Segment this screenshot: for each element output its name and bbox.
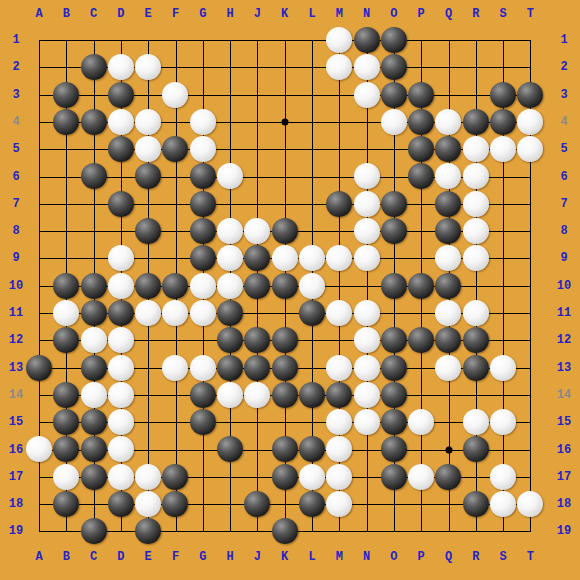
intersection-C7[interactable] — [80, 190, 107, 217]
intersection-P17[interactable] — [408, 463, 435, 490]
intersection-R1[interactable] — [462, 26, 489, 53]
intersection-R13[interactable] — [462, 354, 489, 381]
intersection-K7[interactable] — [271, 190, 298, 217]
intersection-Q12[interactable] — [435, 327, 462, 354]
intersection-L10[interactable] — [298, 272, 325, 299]
intersection-T7[interactable] — [517, 190, 544, 217]
intersection-T12[interactable] — [517, 327, 544, 354]
intersection-M3[interactable] — [326, 81, 353, 108]
intersection-C12[interactable] — [80, 327, 107, 354]
intersection-B13[interactable] — [53, 354, 80, 381]
intersection-O9[interactable] — [380, 245, 407, 272]
intersection-C8[interactable] — [80, 217, 107, 244]
intersection-M2[interactable] — [326, 54, 353, 81]
intersection-G10[interactable] — [189, 272, 216, 299]
intersection-N13[interactable] — [353, 354, 380, 381]
intersection-H10[interactable] — [216, 272, 243, 299]
intersection-M12[interactable] — [326, 327, 353, 354]
intersection-A7[interactable] — [25, 190, 52, 217]
intersection-F8[interactable] — [162, 217, 189, 244]
intersection-J8[interactable] — [244, 217, 271, 244]
intersection-O18[interactable] — [380, 490, 407, 517]
intersection-C16[interactable] — [80, 436, 107, 463]
intersection-J1[interactable] — [244, 26, 271, 53]
intersection-G15[interactable] — [189, 409, 216, 436]
intersection-C17[interactable] — [80, 463, 107, 490]
intersection-E17[interactable] — [135, 463, 162, 490]
intersection-Q4[interactable] — [435, 108, 462, 135]
intersection-E11[interactable] — [135, 299, 162, 326]
intersection-Q6[interactable] — [435, 163, 462, 190]
intersection-H4[interactable] — [216, 108, 243, 135]
intersection-D12[interactable] — [107, 327, 134, 354]
intersection-J5[interactable] — [244, 136, 271, 163]
intersection-H18[interactable] — [216, 490, 243, 517]
intersection-C10[interactable] — [80, 272, 107, 299]
intersection-E14[interactable] — [135, 381, 162, 408]
intersection-B5[interactable] — [53, 136, 80, 163]
intersection-K6[interactable] — [271, 163, 298, 190]
intersection-G7[interactable] — [189, 190, 216, 217]
intersection-B6[interactable] — [53, 163, 80, 190]
intersection-O5[interactable] — [380, 136, 407, 163]
intersection-A13[interactable] — [25, 354, 52, 381]
intersection-N14[interactable] — [353, 381, 380, 408]
intersection-N19[interactable] — [353, 518, 380, 545]
intersection-D1[interactable] — [107, 26, 134, 53]
intersection-O12[interactable] — [380, 327, 407, 354]
intersection-D15[interactable] — [107, 409, 134, 436]
intersection-P13[interactable] — [408, 354, 435, 381]
intersection-S5[interactable] — [489, 136, 516, 163]
intersection-H13[interactable] — [216, 354, 243, 381]
intersection-J19[interactable] — [244, 518, 271, 545]
intersection-D9[interactable] — [107, 245, 134, 272]
intersection-E7[interactable] — [135, 190, 162, 217]
intersection-M13[interactable] — [326, 354, 353, 381]
intersection-A6[interactable] — [25, 163, 52, 190]
intersection-E2[interactable] — [135, 54, 162, 81]
intersection-K16[interactable] — [271, 436, 298, 463]
intersection-S12[interactable] — [489, 327, 516, 354]
intersection-A2[interactable] — [25, 54, 52, 81]
intersection-T8[interactable] — [517, 217, 544, 244]
intersection-A3[interactable] — [25, 81, 52, 108]
intersection-J17[interactable] — [244, 463, 271, 490]
intersection-H7[interactable] — [216, 190, 243, 217]
intersection-L7[interactable] — [298, 190, 325, 217]
intersection-F10[interactable] — [162, 272, 189, 299]
intersection-J18[interactable] — [244, 490, 271, 517]
intersection-P7[interactable] — [408, 190, 435, 217]
intersection-S9[interactable] — [489, 245, 516, 272]
intersection-K5[interactable] — [271, 136, 298, 163]
intersection-L3[interactable] — [298, 81, 325, 108]
intersection-N4[interactable] — [353, 108, 380, 135]
intersection-H17[interactable] — [216, 463, 243, 490]
intersection-K10[interactable] — [271, 272, 298, 299]
intersection-A9[interactable] — [25, 245, 52, 272]
intersection-R15[interactable] — [462, 409, 489, 436]
intersection-R19[interactable] — [462, 518, 489, 545]
intersection-K18[interactable] — [271, 490, 298, 517]
intersection-J9[interactable] — [244, 245, 271, 272]
intersection-J2[interactable] — [244, 54, 271, 81]
intersection-N8[interactable] — [353, 217, 380, 244]
intersection-K19[interactable] — [271, 518, 298, 545]
intersection-P14[interactable] — [408, 381, 435, 408]
intersection-G13[interactable] — [189, 354, 216, 381]
intersection-K4[interactable] — [271, 108, 298, 135]
intersection-M18[interactable] — [326, 490, 353, 517]
intersection-Q3[interactable] — [435, 81, 462, 108]
intersection-L11[interactable] — [298, 299, 325, 326]
intersection-P1[interactable] — [408, 26, 435, 53]
intersection-J15[interactable] — [244, 409, 271, 436]
intersection-B10[interactable] — [53, 272, 80, 299]
intersection-T18[interactable] — [517, 490, 544, 517]
intersection-J3[interactable] — [244, 81, 271, 108]
intersection-D19[interactable] — [107, 518, 134, 545]
intersection-H9[interactable] — [216, 245, 243, 272]
intersection-Q8[interactable] — [435, 217, 462, 244]
intersection-F17[interactable] — [162, 463, 189, 490]
intersection-Q15[interactable] — [435, 409, 462, 436]
intersection-L14[interactable] — [298, 381, 325, 408]
intersection-N9[interactable] — [353, 245, 380, 272]
intersection-P10[interactable] — [408, 272, 435, 299]
intersection-K8[interactable] — [271, 217, 298, 244]
intersection-D16[interactable] — [107, 436, 134, 463]
intersection-H12[interactable] — [216, 327, 243, 354]
intersection-C14[interactable] — [80, 381, 107, 408]
intersection-Q10[interactable] — [435, 272, 462, 299]
intersection-T1[interactable] — [517, 26, 544, 53]
intersection-A11[interactable] — [25, 299, 52, 326]
intersection-Q19[interactable] — [435, 518, 462, 545]
intersection-O7[interactable] — [380, 190, 407, 217]
intersection-D8[interactable] — [107, 217, 134, 244]
intersection-M1[interactable] — [326, 26, 353, 53]
intersection-B8[interactable] — [53, 217, 80, 244]
intersection-T16[interactable] — [517, 436, 544, 463]
intersection-G11[interactable] — [189, 299, 216, 326]
intersection-N6[interactable] — [353, 163, 380, 190]
intersection-O16[interactable] — [380, 436, 407, 463]
intersection-G9[interactable] — [189, 245, 216, 272]
intersection-C2[interactable] — [80, 54, 107, 81]
intersection-R12[interactable] — [462, 327, 489, 354]
intersection-C9[interactable] — [80, 245, 107, 272]
intersection-K9[interactable] — [271, 245, 298, 272]
intersection-G5[interactable] — [189, 136, 216, 163]
intersection-O13[interactable] — [380, 354, 407, 381]
intersection-S13[interactable] — [489, 354, 516, 381]
intersection-F7[interactable] — [162, 190, 189, 217]
intersection-N15[interactable] — [353, 409, 380, 436]
intersection-H2[interactable] — [216, 54, 243, 81]
intersection-N11[interactable] — [353, 299, 380, 326]
intersection-T17[interactable] — [517, 463, 544, 490]
intersection-P3[interactable] — [408, 81, 435, 108]
intersection-M4[interactable] — [326, 108, 353, 135]
intersection-D10[interactable] — [107, 272, 134, 299]
intersection-F2[interactable] — [162, 54, 189, 81]
intersection-Q2[interactable] — [435, 54, 462, 81]
intersection-A4[interactable] — [25, 108, 52, 135]
intersection-B12[interactable] — [53, 327, 80, 354]
intersection-P19[interactable] — [408, 518, 435, 545]
intersection-K2[interactable] — [271, 54, 298, 81]
intersection-L18[interactable] — [298, 490, 325, 517]
intersection-D6[interactable] — [107, 163, 134, 190]
intersection-O1[interactable] — [380, 26, 407, 53]
intersection-E8[interactable] — [135, 217, 162, 244]
intersection-H16[interactable] — [216, 436, 243, 463]
intersection-P8[interactable] — [408, 217, 435, 244]
intersection-D17[interactable] — [107, 463, 134, 490]
intersection-A19[interactable] — [25, 518, 52, 545]
intersection-G1[interactable] — [189, 26, 216, 53]
intersection-P5[interactable] — [408, 136, 435, 163]
intersection-H1[interactable] — [216, 26, 243, 53]
intersection-C3[interactable] — [80, 81, 107, 108]
intersection-S15[interactable] — [489, 409, 516, 436]
intersection-R4[interactable] — [462, 108, 489, 135]
intersection-P16[interactable] — [408, 436, 435, 463]
intersection-R11[interactable] — [462, 299, 489, 326]
intersection-C15[interactable] — [80, 409, 107, 436]
intersection-G8[interactable] — [189, 217, 216, 244]
intersection-D11[interactable] — [107, 299, 134, 326]
intersection-L2[interactable] — [298, 54, 325, 81]
intersection-L12[interactable] — [298, 327, 325, 354]
intersection-B4[interactable] — [53, 108, 80, 135]
intersection-N3[interactable] — [353, 81, 380, 108]
intersection-S11[interactable] — [489, 299, 516, 326]
intersection-H19[interactable] — [216, 518, 243, 545]
intersection-A10[interactable] — [25, 272, 52, 299]
intersection-T5[interactable] — [517, 136, 544, 163]
intersection-F4[interactable] — [162, 108, 189, 135]
intersection-O15[interactable] — [380, 409, 407, 436]
intersection-P9[interactable] — [408, 245, 435, 272]
intersection-S1[interactable] — [489, 26, 516, 53]
intersection-R14[interactable] — [462, 381, 489, 408]
intersection-L19[interactable] — [298, 518, 325, 545]
intersection-F15[interactable] — [162, 409, 189, 436]
intersection-P12[interactable] — [408, 327, 435, 354]
intersection-E12[interactable] — [135, 327, 162, 354]
intersection-F3[interactable] — [162, 81, 189, 108]
intersection-L1[interactable] — [298, 26, 325, 53]
intersection-S2[interactable] — [489, 54, 516, 81]
intersection-G14[interactable] — [189, 381, 216, 408]
intersection-A17[interactable] — [25, 463, 52, 490]
intersection-D3[interactable] — [107, 81, 134, 108]
intersection-A15[interactable] — [25, 409, 52, 436]
intersection-B14[interactable] — [53, 381, 80, 408]
intersection-L4[interactable] — [298, 108, 325, 135]
intersection-S10[interactable] — [489, 272, 516, 299]
intersection-B18[interactable] — [53, 490, 80, 517]
intersection-R9[interactable] — [462, 245, 489, 272]
intersection-L13[interactable] — [298, 354, 325, 381]
intersection-A1[interactable] — [25, 26, 52, 53]
intersection-R8[interactable] — [462, 217, 489, 244]
intersection-B15[interactable] — [53, 409, 80, 436]
intersection-D13[interactable] — [107, 354, 134, 381]
intersection-G18[interactable] — [189, 490, 216, 517]
intersection-S6[interactable] — [489, 163, 516, 190]
intersection-Q13[interactable] — [435, 354, 462, 381]
intersection-L5[interactable] — [298, 136, 325, 163]
intersection-T6[interactable] — [517, 163, 544, 190]
intersection-E15[interactable] — [135, 409, 162, 436]
intersection-E10[interactable] — [135, 272, 162, 299]
intersection-G16[interactable] — [189, 436, 216, 463]
intersection-C19[interactable] — [80, 518, 107, 545]
intersection-S14[interactable] — [489, 381, 516, 408]
intersection-G4[interactable] — [189, 108, 216, 135]
intersection-S3[interactable] — [489, 81, 516, 108]
intersection-C5[interactable] — [80, 136, 107, 163]
intersection-G3[interactable] — [189, 81, 216, 108]
intersection-H11[interactable] — [216, 299, 243, 326]
intersection-K1[interactable] — [271, 26, 298, 53]
intersection-T15[interactable] — [517, 409, 544, 436]
intersection-D7[interactable] — [107, 190, 134, 217]
intersection-M14[interactable] — [326, 381, 353, 408]
intersection-Q18[interactable] — [435, 490, 462, 517]
intersection-F16[interactable] — [162, 436, 189, 463]
intersection-O3[interactable] — [380, 81, 407, 108]
intersection-F5[interactable] — [162, 136, 189, 163]
intersection-O14[interactable] — [380, 381, 407, 408]
intersection-N5[interactable] — [353, 136, 380, 163]
intersection-G17[interactable] — [189, 463, 216, 490]
intersection-S8[interactable] — [489, 217, 516, 244]
intersection-H3[interactable] — [216, 81, 243, 108]
intersection-P2[interactable] — [408, 54, 435, 81]
intersection-E5[interactable] — [135, 136, 162, 163]
intersection-T19[interactable] — [517, 518, 544, 545]
intersection-H6[interactable] — [216, 163, 243, 190]
intersection-C6[interactable] — [80, 163, 107, 190]
intersection-F18[interactable] — [162, 490, 189, 517]
intersection-G12[interactable] — [189, 327, 216, 354]
intersection-S4[interactable] — [489, 108, 516, 135]
intersection-J4[interactable] — [244, 108, 271, 135]
intersection-J13[interactable] — [244, 354, 271, 381]
intersection-G6[interactable] — [189, 163, 216, 190]
intersection-M16[interactable] — [326, 436, 353, 463]
intersection-Q7[interactable] — [435, 190, 462, 217]
intersection-K14[interactable] — [271, 381, 298, 408]
intersection-O17[interactable] — [380, 463, 407, 490]
intersection-H5[interactable] — [216, 136, 243, 163]
intersection-B19[interactable] — [53, 518, 80, 545]
intersection-S16[interactable] — [489, 436, 516, 463]
intersection-B11[interactable] — [53, 299, 80, 326]
intersection-D2[interactable] — [107, 54, 134, 81]
intersection-B1[interactable] — [53, 26, 80, 53]
intersection-Q11[interactable] — [435, 299, 462, 326]
intersection-M10[interactable] — [326, 272, 353, 299]
intersection-C13[interactable] — [80, 354, 107, 381]
intersection-G19[interactable] — [189, 518, 216, 545]
intersection-A14[interactable] — [25, 381, 52, 408]
intersection-T13[interactable] — [517, 354, 544, 381]
intersection-E3[interactable] — [135, 81, 162, 108]
intersection-O8[interactable] — [380, 217, 407, 244]
intersection-N16[interactable] — [353, 436, 380, 463]
intersection-Q9[interactable] — [435, 245, 462, 272]
intersection-D18[interactable] — [107, 490, 134, 517]
intersection-Q5[interactable] — [435, 136, 462, 163]
intersection-K15[interactable] — [271, 409, 298, 436]
intersection-L8[interactable] — [298, 217, 325, 244]
intersection-M11[interactable] — [326, 299, 353, 326]
intersection-A18[interactable] — [25, 490, 52, 517]
intersection-P18[interactable] — [408, 490, 435, 517]
intersection-A12[interactable] — [25, 327, 52, 354]
intersection-L6[interactable] — [298, 163, 325, 190]
intersection-F9[interactable] — [162, 245, 189, 272]
intersection-N1[interactable] — [353, 26, 380, 53]
intersection-E19[interactable] — [135, 518, 162, 545]
intersection-E4[interactable] — [135, 108, 162, 135]
intersection-R3[interactable] — [462, 81, 489, 108]
intersection-E13[interactable] — [135, 354, 162, 381]
intersection-O10[interactable] — [380, 272, 407, 299]
intersection-F13[interactable] — [162, 354, 189, 381]
intersection-K12[interactable] — [271, 327, 298, 354]
intersection-G2[interactable] — [189, 54, 216, 81]
intersection-K13[interactable] — [271, 354, 298, 381]
intersection-F14[interactable] — [162, 381, 189, 408]
intersection-B3[interactable] — [53, 81, 80, 108]
intersection-M19[interactable] — [326, 518, 353, 545]
intersection-T10[interactable] — [517, 272, 544, 299]
intersection-N18[interactable] — [353, 490, 380, 517]
intersection-K3[interactable] — [271, 81, 298, 108]
intersection-S7[interactable] — [489, 190, 516, 217]
intersection-M9[interactable] — [326, 245, 353, 272]
intersection-T14[interactable] — [517, 381, 544, 408]
intersection-T4[interactable] — [517, 108, 544, 135]
intersection-S17[interactable] — [489, 463, 516, 490]
intersection-J16[interactable] — [244, 436, 271, 463]
intersection-O6[interactable] — [380, 163, 407, 190]
intersection-C18[interactable] — [80, 490, 107, 517]
intersection-R18[interactable] — [462, 490, 489, 517]
intersection-R5[interactable] — [462, 136, 489, 163]
intersection-F1[interactable] — [162, 26, 189, 53]
intersection-K17[interactable] — [271, 463, 298, 490]
intersection-T9[interactable] — [517, 245, 544, 272]
intersection-C4[interactable] — [80, 108, 107, 135]
intersection-H15[interactable] — [216, 409, 243, 436]
intersection-C11[interactable] — [80, 299, 107, 326]
intersection-H14[interactable] — [216, 381, 243, 408]
intersection-J11[interactable] — [244, 299, 271, 326]
intersection-M5[interactable] — [326, 136, 353, 163]
intersection-N10[interactable] — [353, 272, 380, 299]
intersection-F6[interactable] — [162, 163, 189, 190]
intersection-E1[interactable] — [135, 26, 162, 53]
intersection-M8[interactable] — [326, 217, 353, 244]
